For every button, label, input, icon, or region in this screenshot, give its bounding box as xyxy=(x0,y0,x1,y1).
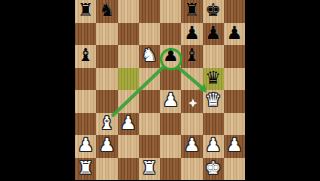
square-e2[interactable] xyxy=(160,135,181,158)
square-h5[interactable] xyxy=(224,68,245,91)
piece-white-pawn: ♟ xyxy=(163,91,179,109)
square-h6[interactable] xyxy=(224,45,245,68)
square-d7[interactable] xyxy=(139,23,160,46)
piece-white-pawn: ♟ xyxy=(205,136,221,154)
square-g1[interactable]: ♚ xyxy=(203,158,224,181)
square-c7[interactable] xyxy=(118,23,139,46)
square-e5[interactable] xyxy=(160,68,181,91)
square-g5[interactable]: ♛ xyxy=(203,68,224,91)
piece-black-pawn: ♟ xyxy=(163,46,179,64)
square-c4[interactable] xyxy=(118,90,139,113)
square-d2[interactable] xyxy=(139,135,160,158)
square-f6[interactable]: ♝ xyxy=(181,45,202,68)
piece-black-king: ♚ xyxy=(205,1,221,19)
square-a1[interactable]: ♜ xyxy=(75,158,96,181)
piece-white-king: ♚ xyxy=(205,159,221,177)
piece-white-knight: ♞ xyxy=(141,46,157,64)
square-f3[interactable] xyxy=(181,113,202,136)
piece-black-bishop: ♝ xyxy=(78,46,94,64)
square-h1[interactable] xyxy=(224,158,245,181)
square-g8[interactable]: ♚ xyxy=(203,0,224,23)
square-e8[interactable] xyxy=(160,0,181,23)
square-c2[interactable] xyxy=(118,135,139,158)
square-a3[interactable] xyxy=(75,113,96,136)
square-h3[interactable] xyxy=(224,113,245,136)
square-f5[interactable] xyxy=(181,68,202,91)
square-b5[interactable] xyxy=(96,68,117,91)
square-b2[interactable]: ♟ xyxy=(96,135,117,158)
square-e7[interactable] xyxy=(160,23,181,46)
square-f7[interactable]: ♟ xyxy=(181,23,202,46)
square-c5[interactable] xyxy=(118,68,139,91)
square-f1[interactable] xyxy=(181,158,202,181)
piece-black-pawn: ♟ xyxy=(205,24,221,42)
square-g7[interactable]: ♟ xyxy=(203,23,224,46)
square-d5[interactable] xyxy=(139,68,160,91)
square-c8[interactable] xyxy=(118,0,139,23)
square-h2[interactable]: ♟ xyxy=(224,135,245,158)
square-f4[interactable] xyxy=(181,90,202,113)
square-a6[interactable]: ♝ xyxy=(75,45,96,68)
piece-black-knight: ♞ xyxy=(99,1,115,19)
letterbox-right xyxy=(245,0,320,180)
piece-white-queen: ♛ xyxy=(205,91,221,109)
square-c6[interactable] xyxy=(118,45,139,68)
square-d4[interactable] xyxy=(139,90,160,113)
square-g2[interactable]: ♟ xyxy=(203,135,224,158)
square-b4[interactable] xyxy=(96,90,117,113)
piece-white-pawn: ♟ xyxy=(78,136,94,154)
square-g3[interactable] xyxy=(203,113,224,136)
piece-white-pawn: ♟ xyxy=(184,136,200,154)
square-b6[interactable] xyxy=(96,45,117,68)
square-e4[interactable]: ♟ xyxy=(160,90,181,113)
square-a2[interactable]: ♟ xyxy=(75,135,96,158)
piece-white-pawn: ♟ xyxy=(99,136,115,154)
piece-white-bishop: ♝ xyxy=(99,114,115,132)
piece-black-rook: ♜ xyxy=(184,1,200,19)
piece-white-pawn: ♟ xyxy=(226,136,242,154)
piece-white-rook: ♜ xyxy=(78,159,94,177)
square-b7[interactable] xyxy=(96,23,117,46)
square-d6[interactable]: ♞ xyxy=(139,45,160,68)
letterbox-left xyxy=(0,0,75,180)
square-e6[interactable]: ♟ xyxy=(160,45,181,68)
square-d8[interactable] xyxy=(139,0,160,23)
square-a8[interactable]: ♜ xyxy=(75,0,96,23)
chess-board: ♜♞♜♚♟♟♟♝♞♟♝♛♟♛♝♟♟♟♟♟♟♜♜♚ xyxy=(75,0,245,180)
square-b1[interactable] xyxy=(96,158,117,181)
piece-black-rook: ♜ xyxy=(78,1,94,19)
square-a5[interactable] xyxy=(75,68,96,91)
square-d3[interactable] xyxy=(139,113,160,136)
square-d1[interactable]: ♜ xyxy=(139,158,160,181)
piece-white-pawn: ♟ xyxy=(120,114,136,132)
square-b3[interactable]: ♝ xyxy=(96,113,117,136)
square-h4[interactable] xyxy=(224,90,245,113)
video-frame: ♜♞♜♚♟♟♟♝♞♟♝♛♟♛♝♟♟♟♟♟♟♜♜♚ xyxy=(0,0,320,180)
square-b8[interactable]: ♞ xyxy=(96,0,117,23)
square-f2[interactable]: ♟ xyxy=(181,135,202,158)
square-f8[interactable]: ♜ xyxy=(181,0,202,23)
square-a7[interactable] xyxy=(75,23,96,46)
piece-black-pawn: ♟ xyxy=(226,24,242,42)
square-c1[interactable] xyxy=(118,158,139,181)
square-e3[interactable] xyxy=(160,113,181,136)
square-a4[interactable] xyxy=(75,90,96,113)
square-h7[interactable]: ♟ xyxy=(224,23,245,46)
piece-white-rook: ♜ xyxy=(141,159,157,177)
square-h8[interactable] xyxy=(224,0,245,23)
square-c3[interactable]: ♟ xyxy=(118,113,139,136)
square-g6[interactable] xyxy=(203,45,224,68)
piece-black-pawn: ♟ xyxy=(184,24,200,42)
square-g4[interactable]: ♛ xyxy=(203,90,224,113)
piece-black-queen: ♛ xyxy=(205,69,221,87)
square-e1[interactable] xyxy=(160,158,181,181)
piece-black-bishop: ♝ xyxy=(184,46,200,64)
